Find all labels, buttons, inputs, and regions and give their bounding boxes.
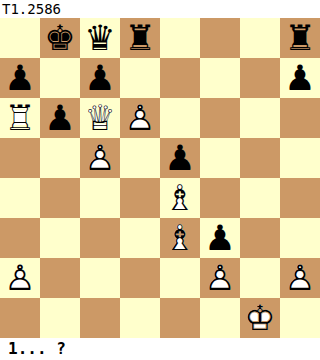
puzzle-title: T1.2586: [0, 0, 320, 18]
square-d1[interactable]: [120, 298, 160, 338]
square-b5[interactable]: [40, 138, 80, 178]
black-pawn: ♟: [280, 58, 320, 98]
square-c3[interactable]: [80, 218, 120, 258]
black-rook: ♜: [120, 18, 160, 58]
square-c1[interactable]: [80, 298, 120, 338]
white-bishop-outline: ♗: [160, 218, 200, 258]
square-d4[interactable]: [120, 178, 160, 218]
square-c5[interactable]: ♟♙: [80, 138, 120, 178]
square-f3[interactable]: ♟: [200, 218, 240, 258]
white-queen: ♛: [80, 98, 120, 138]
white-pawn: ♟: [280, 258, 320, 298]
square-c6[interactable]: ♛♕: [80, 98, 120, 138]
square-d7[interactable]: [120, 58, 160, 98]
square-b7[interactable]: [40, 58, 80, 98]
square-e6[interactable]: [160, 98, 200, 138]
white-pawn-outline: ♙: [0, 258, 40, 298]
square-c7[interactable]: ♟: [80, 58, 120, 98]
black-king: ♚: [40, 18, 80, 58]
black-pawn: ♟: [80, 58, 120, 98]
move-prompt: 1... ?: [0, 338, 320, 360]
white-pawn-outline: ♙: [120, 98, 160, 138]
square-e4[interactable]: ♝♗: [160, 178, 200, 218]
square-b1[interactable]: [40, 298, 80, 338]
white-bishop: ♝: [160, 178, 200, 218]
square-e7[interactable]: [160, 58, 200, 98]
square-a8[interactable]: [0, 18, 40, 58]
square-a4[interactable]: [0, 178, 40, 218]
square-a5[interactable]: [0, 138, 40, 178]
white-pawn: ♟: [200, 258, 240, 298]
white-pawn: ♟: [0, 258, 40, 298]
square-h4[interactable]: [280, 178, 320, 218]
square-g5[interactable]: [240, 138, 280, 178]
white-pawn-outline: ♙: [80, 138, 120, 178]
square-f8[interactable]: [200, 18, 240, 58]
square-g4[interactable]: [240, 178, 280, 218]
white-pawn-outline: ♙: [200, 258, 240, 298]
square-d6[interactable]: ♟♙: [120, 98, 160, 138]
black-pawn: ♟: [200, 218, 240, 258]
white-bishop-outline: ♗: [160, 178, 200, 218]
square-h5[interactable]: [280, 138, 320, 178]
square-h2[interactable]: ♟♙: [280, 258, 320, 298]
square-g7[interactable]: [240, 58, 280, 98]
square-c8[interactable]: ♛: [80, 18, 120, 58]
white-pawn: ♟: [120, 98, 160, 138]
white-king-outline: ♔: [240, 298, 280, 338]
square-f6[interactable]: [200, 98, 240, 138]
black-pawn: ♟: [0, 58, 40, 98]
square-e1[interactable]: [160, 298, 200, 338]
square-f7[interactable]: [200, 58, 240, 98]
square-f1[interactable]: [200, 298, 240, 338]
square-e3[interactable]: ♝♗: [160, 218, 200, 258]
square-g3[interactable]: [240, 218, 280, 258]
square-e8[interactable]: [160, 18, 200, 58]
square-b4[interactable]: [40, 178, 80, 218]
square-c2[interactable]: [80, 258, 120, 298]
square-d5[interactable]: [120, 138, 160, 178]
square-g2[interactable]: [240, 258, 280, 298]
square-d3[interactable]: [120, 218, 160, 258]
black-pawn: ♟: [160, 138, 200, 178]
square-g1[interactable]: ♚♔: [240, 298, 280, 338]
white-queen-outline: ♕: [80, 98, 120, 138]
square-h6[interactable]: [280, 98, 320, 138]
square-h1[interactable]: [280, 298, 320, 338]
white-bishop: ♝: [160, 218, 200, 258]
black-pawn: ♟: [40, 98, 80, 138]
white-rook: ♜: [0, 98, 40, 138]
square-a1[interactable]: [0, 298, 40, 338]
white-rook-outline: ♖: [0, 98, 40, 138]
square-b3[interactable]: [40, 218, 80, 258]
square-h3[interactable]: [280, 218, 320, 258]
square-b8[interactable]: ♚: [40, 18, 80, 58]
white-pawn: ♟: [80, 138, 120, 178]
square-d2[interactable]: [120, 258, 160, 298]
chess-board: ♚♛♜♜♟♟♟♜♖♟♛♕♟♙♟♙♟♝♗♝♗♟♟♙♟♙♟♙♚♔: [0, 18, 320, 338]
white-pawn-outline: ♙: [280, 258, 320, 298]
square-e2[interactable]: [160, 258, 200, 298]
square-g8[interactable]: [240, 18, 280, 58]
square-a3[interactable]: [0, 218, 40, 258]
square-a7[interactable]: ♟: [0, 58, 40, 98]
square-a6[interactable]: ♜♖: [0, 98, 40, 138]
square-a2[interactable]: ♟♙: [0, 258, 40, 298]
square-h8[interactable]: ♜: [280, 18, 320, 58]
square-h7[interactable]: ♟: [280, 58, 320, 98]
square-c4[interactable]: [80, 178, 120, 218]
square-g6[interactable]: [240, 98, 280, 138]
square-b2[interactable]: [40, 258, 80, 298]
square-e5[interactable]: ♟: [160, 138, 200, 178]
square-d8[interactable]: ♜: [120, 18, 160, 58]
black-queen: ♛: [80, 18, 120, 58]
black-rook: ♜: [280, 18, 320, 58]
square-f5[interactable]: [200, 138, 240, 178]
square-f2[interactable]: ♟♙: [200, 258, 240, 298]
white-king: ♚: [240, 298, 280, 338]
square-f4[interactable]: [200, 178, 240, 218]
square-b6[interactable]: ♟: [40, 98, 80, 138]
